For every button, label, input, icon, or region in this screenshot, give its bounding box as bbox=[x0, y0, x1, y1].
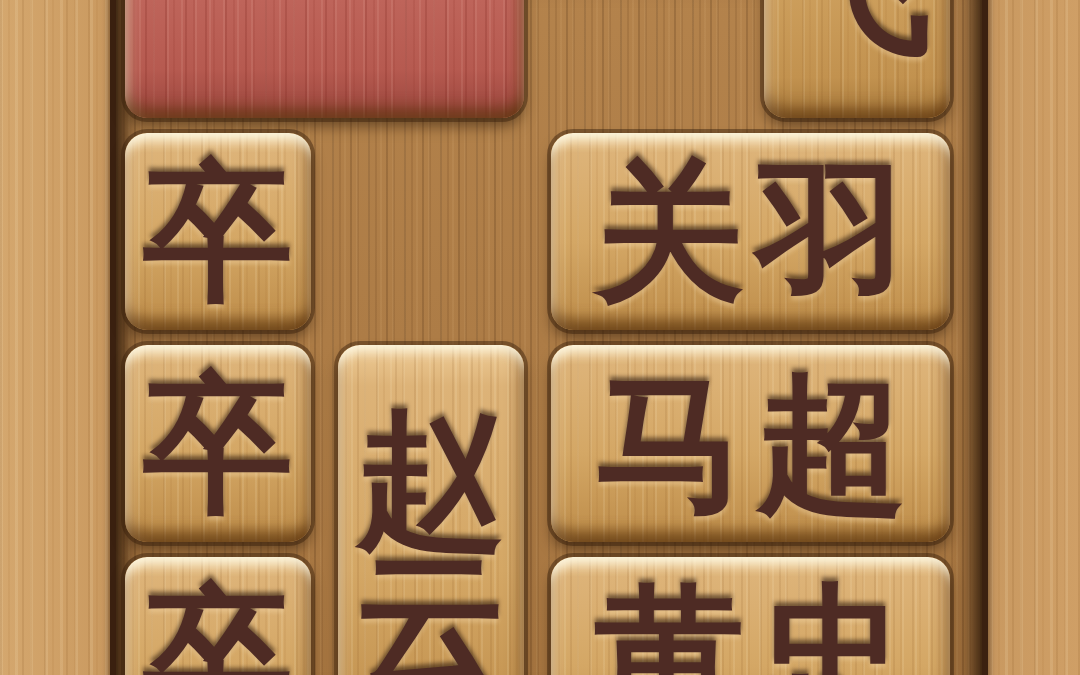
piece-character: 卒 bbox=[143, 162, 293, 302]
klotski-board: 曹操张飞卒关羽卒赵云马超卒黄忠 bbox=[0, 0, 1080, 675]
piece-character: 羽 bbox=[757, 162, 907, 302]
piece-character: 黄 bbox=[595, 586, 745, 675]
piece-character: 关 bbox=[595, 162, 745, 302]
piece-character: 卒 bbox=[143, 374, 293, 514]
block-huangzhong[interactable]: 黄忠 bbox=[551, 557, 950, 675]
block-zu-3[interactable]: 卒 bbox=[125, 557, 311, 675]
block-label-machao: 马超 bbox=[551, 345, 950, 542]
block-label-zhangfei: 张飞 bbox=[764, 0, 950, 118]
block-zu-2[interactable]: 卒 bbox=[125, 345, 311, 542]
block-machao[interactable]: 马超 bbox=[551, 345, 950, 542]
block-label-zhaoyun: 赵云 bbox=[338, 345, 524, 675]
block-label-caocao: 曹操 bbox=[125, 0, 524, 118]
block-label-huangzhong: 黄忠 bbox=[551, 557, 950, 675]
block-zhaoyun[interactable]: 赵云 bbox=[338, 345, 524, 675]
piece-character: 卒 bbox=[143, 586, 293, 675]
block-guanyu[interactable]: 关羽 bbox=[551, 133, 950, 330]
block-zu-1[interactable]: 卒 bbox=[125, 133, 311, 330]
block-caocao[interactable]: 曹操 bbox=[125, 0, 524, 118]
block-zhangfei[interactable]: 张飞 bbox=[764, 0, 950, 118]
piece-character: 马 bbox=[595, 374, 745, 514]
piece-character: 忠 bbox=[757, 586, 907, 675]
block-label-zu-2: 卒 bbox=[125, 345, 311, 542]
piece-character: 赵 bbox=[356, 410, 506, 550]
block-label-guanyu: 关羽 bbox=[551, 133, 950, 330]
piece-character: 飞 bbox=[782, 0, 932, 54]
block-label-zu-1: 卒 bbox=[125, 133, 311, 330]
piece-character: 超 bbox=[757, 374, 907, 514]
block-label-zu-3: 卒 bbox=[125, 557, 311, 675]
piece-character: 云 bbox=[356, 550, 506, 675]
